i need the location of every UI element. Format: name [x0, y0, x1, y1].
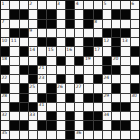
cell-r3-c14[interactable]	[131, 29, 139, 37]
cell-r1-c3[interactable]	[29, 10, 37, 18]
cell-r7-c1[interactable]	[10, 66, 18, 74]
cell-r3-c4[interactable]	[38, 29, 46, 37]
cell-r10-c8[interactable]	[75, 94, 83, 102]
cell-r4-c12-block	[112, 38, 120, 46]
cell-r1-c1-block	[10, 10, 18, 18]
cell-r5-c9-block	[84, 47, 92, 55]
cell-r12-c0[interactable]: 32	[1, 112, 9, 120]
cell-r11-c7[interactable]	[66, 103, 74, 111]
cell-r13-c7-block	[66, 121, 74, 129]
clue-number-13: 13	[122, 38, 128, 43]
cell-r12-c14[interactable]	[131, 112, 139, 120]
cell-r12-c7-block	[66, 112, 74, 120]
cell-r14-c9[interactable]	[84, 131, 92, 139]
cell-r14-c10[interactable]	[94, 131, 102, 139]
clue-number-8: 8	[94, 19, 97, 24]
cell-r14-c12[interactable]	[112, 131, 120, 139]
cell-r4-c2[interactable]	[20, 38, 28, 46]
cell-r7-c8[interactable]	[75, 66, 83, 74]
cell-r6-c2[interactable]	[20, 57, 28, 65]
cell-r6-c9[interactable]: 19	[84, 57, 92, 65]
cell-r7-c4[interactable]: 21	[38, 66, 46, 74]
cell-r12-c11[interactable]: 34	[103, 112, 111, 120]
cell-r10-c4-block	[38, 94, 46, 102]
cell-r12-c5-block	[47, 112, 55, 120]
cell-r9-c1[interactable]	[10, 84, 18, 92]
cell-r7-c2-block	[20, 66, 28, 74]
cell-r10-c13[interactable]	[121, 94, 129, 102]
cell-r7-c7[interactable]	[66, 66, 74, 74]
cell-r2-c10[interactable]: 8	[94, 20, 102, 28]
cell-r5-c13[interactable]	[121, 47, 129, 55]
cell-r9-c7[interactable]	[66, 84, 74, 92]
cell-r2-c8[interactable]	[75, 20, 83, 28]
clue-number-11: 11	[11, 38, 17, 43]
cell-r2-c13[interactable]	[121, 20, 129, 28]
cell-r11-c2-block	[20, 103, 28, 111]
cell-r8-c4[interactable]: 23	[38, 75, 46, 83]
cell-r7-c11-block	[103, 66, 111, 74]
cell-r1-c6[interactable]	[57, 10, 65, 18]
cell-r1-c8[interactable]	[75, 10, 83, 18]
cell-r3-c8[interactable]	[75, 29, 83, 37]
cell-r3-c6[interactable]	[57, 29, 65, 37]
cell-r8-c7[interactable]	[66, 75, 74, 83]
cell-r14-c14[interactable]	[131, 131, 139, 139]
cell-r5-c10[interactable]: 17	[94, 47, 102, 55]
cell-r14-c8[interactable]: 36	[75, 131, 83, 139]
cell-r9-c5-block	[47, 84, 55, 92]
cell-r4-c13[interactable]: 13	[121, 38, 129, 46]
clue-number-23: 23	[39, 75, 45, 80]
clue-number-35: 35	[2, 130, 8, 135]
cell-r7-c6[interactable]	[57, 66, 65, 74]
cell-r7-c0-block	[1, 66, 9, 74]
cell-r0-c4[interactable]	[38, 1, 46, 9]
cell-r5-c4[interactable]	[38, 47, 46, 55]
cell-r1-c7-block	[66, 10, 74, 18]
cell-r12-c13[interactable]	[121, 112, 129, 120]
cell-r6-c0[interactable]: 18	[1, 57, 9, 65]
cell-r11-c1-block	[10, 103, 18, 111]
cell-r3-c0[interactable]	[1, 29, 9, 37]
cell-r1-c13-block	[121, 10, 129, 18]
cell-r11-c9[interactable]	[84, 103, 92, 111]
cell-r11-c14[interactable]	[131, 103, 139, 111]
cell-r8-c6-block	[57, 75, 65, 83]
clue-number-20: 20	[113, 56, 119, 61]
cell-r8-c9[interactable]	[84, 75, 92, 83]
cell-r14-c11[interactable]	[103, 131, 111, 139]
cell-r4-c6[interactable]	[57, 38, 65, 46]
cell-r12-c10-block	[94, 112, 102, 120]
cell-r0-c9[interactable]	[84, 1, 92, 9]
clue-number-31: 31	[39, 102, 45, 107]
cell-r1-c9-block	[84, 10, 92, 18]
cell-r6-c7[interactable]	[66, 57, 74, 65]
cell-r14-c6[interactable]	[57, 131, 65, 139]
cell-r4-c0[interactable]: 10	[1, 38, 9, 46]
cell-r13-c2-block	[20, 121, 28, 129]
cell-r2-c6[interactable]	[57, 20, 65, 28]
cell-r0-c13[interactable]	[121, 1, 129, 9]
cell-r13-c14[interactable]	[131, 121, 139, 129]
cell-r10-c3[interactable]	[29, 94, 37, 102]
cell-r10-c5-block	[47, 94, 55, 102]
cell-r5-c7[interactable]: 16	[66, 47, 74, 55]
cell-r13-c5-block	[47, 121, 55, 129]
clue-number-34: 34	[103, 112, 109, 117]
cell-r11-c13-block	[121, 103, 129, 111]
cell-r8-c8-block	[75, 75, 83, 83]
clue-number-30: 30	[131, 93, 137, 98]
cell-r2-c0[interactable]: 7	[1, 20, 9, 28]
cell-r3-c13-block	[121, 29, 129, 37]
clue-number-21: 21	[39, 65, 45, 70]
cell-r10-c7-block	[66, 94, 74, 102]
cell-r12-c3[interactable]: 33	[29, 112, 37, 120]
cell-r3-c9[interactable]	[84, 29, 92, 37]
clue-number-27: 27	[76, 84, 82, 89]
cell-r5-c8[interactable]	[75, 47, 83, 55]
cell-r10-c11[interactable]: 29	[103, 94, 111, 102]
cell-r10-c10-block	[94, 94, 102, 102]
cell-r2-c7-block	[66, 20, 74, 28]
cell-r7-c13[interactable]	[121, 66, 129, 74]
cell-r5-c6[interactable]	[57, 47, 65, 55]
cell-r9-c10[interactable]	[94, 84, 102, 92]
clue-number-17: 17	[94, 47, 100, 52]
cell-r4-c7-block	[66, 38, 74, 46]
cell-r2-c1[interactable]	[10, 20, 18, 28]
cell-r9-c13[interactable]	[121, 84, 129, 92]
cell-r13-c3[interactable]	[29, 121, 37, 129]
clue-number-18: 18	[2, 56, 8, 61]
cell-r12-c8[interactable]	[75, 112, 83, 120]
cell-r4-c9-block	[84, 38, 92, 46]
cell-r5-c2-block	[20, 47, 28, 55]
cell-r8-c14[interactable]	[131, 75, 139, 83]
clue-number-32: 32	[2, 112, 8, 117]
cell-r12-c12[interactable]	[112, 112, 120, 120]
cell-r9-c8[interactable]: 27	[75, 84, 83, 92]
cell-r7-c3-block	[29, 66, 37, 74]
cell-r6-c5[interactable]	[47, 57, 55, 65]
cell-r9-c12-block	[112, 84, 120, 92]
cell-r13-c12-block	[112, 121, 120, 129]
clue-number-36: 36	[76, 130, 82, 135]
clue-number-4: 4	[76, 1, 79, 6]
cell-r8-c13[interactable]	[121, 75, 129, 83]
cell-r13-c0[interactable]	[1, 121, 9, 129]
cell-r6-c11-block	[103, 57, 111, 65]
cell-r0-c7-block	[66, 1, 74, 9]
clue-number-6: 6	[131, 1, 134, 6]
cell-r11-c3-block	[29, 103, 37, 111]
cell-r0-c6[interactable]: 3	[57, 1, 65, 9]
cell-r0-c3[interactable]: 2	[29, 1, 37, 9]
cell-r13-c8[interactable]	[75, 121, 83, 129]
cell-r12-c9-block	[84, 112, 92, 120]
clue-number-7: 7	[2, 19, 5, 24]
cell-r1-c4-block	[38, 10, 46, 18]
cell-r0-c12[interactable]	[112, 1, 120, 9]
cell-r4-c11[interactable]: 12	[103, 38, 111, 46]
cell-r2-c14[interactable]	[131, 20, 139, 28]
cell-r10-c0[interactable]: 28	[1, 94, 9, 102]
cell-r11-c10[interactable]	[94, 103, 102, 111]
cell-r5-c3[interactable]: 14	[29, 47, 37, 55]
cell-r12-c2[interactable]	[20, 112, 28, 120]
clue-number-28: 28	[2, 93, 8, 98]
cell-r14-c0[interactable]: 35	[1, 131, 9, 139]
clue-number-33: 33	[29, 112, 35, 117]
cell-r3-c10[interactable]	[94, 29, 102, 37]
cell-r9-c6[interactable]: 26	[57, 84, 65, 92]
clue-number-25: 25	[29, 84, 35, 89]
cell-r8-c10-block	[94, 75, 102, 83]
cell-r5-c14-block	[131, 47, 139, 55]
cell-r6-c3[interactable]	[29, 57, 37, 65]
clue-number-26: 26	[57, 84, 63, 89]
cell-r13-c1-block	[10, 121, 18, 129]
cell-r3-c7[interactable]	[66, 29, 74, 37]
cell-r6-c14[interactable]	[131, 57, 139, 65]
cell-r1-c11[interactable]	[103, 10, 111, 18]
clue-number-14: 14	[29, 47, 35, 52]
cell-r6-c4-block	[38, 57, 46, 65]
clue-number-24: 24	[103, 75, 109, 80]
cell-r14-c1[interactable]	[10, 131, 18, 139]
clue-number-10: 10	[2, 38, 8, 43]
cell-r11-c5[interactable]	[47, 103, 55, 111]
crossword-puzzle: 1234567891011121314151617181920212223242…	[0, 0, 140, 140]
cell-r3-c2-block	[20, 29, 28, 37]
cell-r11-c12-block	[112, 103, 120, 111]
cell-r13-c4-block	[38, 121, 46, 129]
cell-r0-c0[interactable]: 1	[1, 1, 9, 9]
cell-r0-c2[interactable]	[20, 1, 28, 9]
cell-r2-c3[interactable]	[29, 20, 37, 28]
cell-r14-c7-block	[66, 131, 74, 139]
clue-number-1: 1	[2, 1, 5, 6]
cell-r2-c11[interactable]	[103, 20, 111, 28]
cell-r4-c1[interactable]: 11	[10, 38, 18, 46]
cell-r0-c1[interactable]	[10, 1, 18, 9]
cell-r2-c2[interactable]	[20, 20, 28, 28]
cell-r4-c8[interactable]	[75, 38, 83, 46]
cell-r1-c2-block	[20, 10, 28, 18]
cell-r13-c13-block	[121, 121, 129, 129]
cell-r8-c11[interactable]: 24	[103, 75, 111, 83]
cell-r4-c3[interactable]	[29, 38, 37, 46]
cell-r8-c3-block	[29, 75, 37, 83]
cell-r9-c3[interactable]: 25	[29, 84, 37, 92]
cell-r8-c2[interactable]	[20, 75, 28, 83]
cell-r4-c5-block	[47, 38, 55, 46]
cell-r11-c6[interactable]	[57, 103, 65, 111]
cell-r5-c1[interactable]	[10, 47, 18, 55]
cell-r6-c12[interactable]: 20	[112, 57, 120, 65]
cell-r7-c14-block	[131, 66, 139, 74]
cell-r13-c6[interactable]	[57, 121, 65, 129]
clue-number-15: 15	[48, 47, 54, 52]
cell-r6-c1[interactable]	[10, 57, 18, 65]
cell-r2-c5-block	[47, 20, 55, 28]
cell-r9-c11[interactable]	[103, 84, 111, 92]
clue-number-29: 29	[103, 93, 109, 98]
cell-r3-c3[interactable]: 9	[29, 29, 37, 37]
cell-r8-c0[interactable]: 22	[1, 75, 9, 83]
cell-r14-c3[interactable]	[29, 131, 37, 139]
cell-r6-c8-block	[75, 57, 83, 65]
cell-r1-c14[interactable]	[131, 10, 139, 18]
cell-r14-c13[interactable]	[121, 131, 129, 139]
cell-r4-c10-block	[94, 38, 102, 46]
cell-r6-c13[interactable]	[121, 57, 129, 65]
cell-r14-c4[interactable]	[38, 131, 46, 139]
cell-r0-c11[interactable]: 5	[103, 1, 111, 9]
clue-number-22: 22	[2, 75, 8, 80]
cell-r0-c5[interactable]	[47, 1, 55, 9]
cell-r11-c11[interactable]	[103, 103, 111, 111]
cell-r9-c0-block	[1, 84, 9, 92]
cell-r1-c0[interactable]	[1, 10, 9, 18]
cell-r5-c0-block	[1, 47, 9, 55]
cell-r5-c12-block	[112, 47, 120, 55]
cell-r3-c1-block	[10, 29, 18, 37]
clue-number-12: 12	[103, 38, 109, 43]
cell-r10-c14[interactable]: 30	[131, 94, 139, 102]
cell-r14-c5[interactable]	[47, 131, 55, 139]
cell-r0-c14[interactable]: 6	[131, 1, 139, 9]
cell-r0-c10[interactable]	[94, 1, 102, 9]
cell-r9-c14-block	[131, 84, 139, 92]
clue-number-19: 19	[85, 56, 91, 61]
cell-r3-c5[interactable]	[47, 29, 55, 37]
cell-r9-c4[interactable]	[38, 84, 46, 92]
cell-r4-c4-block	[38, 38, 46, 46]
cell-r2-c9-block	[84, 20, 92, 28]
cell-r2-c4-block	[38, 20, 46, 28]
cell-r7-c10[interactable]	[94, 66, 102, 74]
cell-r11-c8[interactable]	[75, 103, 83, 111]
clue-number-5: 5	[103, 1, 106, 6]
cell-r11-c0[interactable]	[1, 103, 9, 111]
cell-r10-c2-block	[20, 94, 28, 102]
cell-r7-c12-block	[112, 66, 120, 74]
cell-r14-c2[interactable]	[20, 131, 28, 139]
clue-number-2: 2	[29, 1, 32, 6]
cell-r12-c1[interactable]	[10, 112, 18, 120]
cell-r12-c4[interactable]	[38, 112, 46, 120]
clue-number-9: 9	[29, 28, 32, 33]
cell-r9-c2-block	[20, 84, 28, 92]
cell-r13-c9-block	[84, 121, 92, 129]
cell-r13-c11[interactable]	[103, 121, 111, 129]
cell-r7-c5[interactable]	[47, 66, 55, 74]
cell-r1-c12-block	[112, 10, 120, 18]
cell-r8-c1[interactable]	[10, 75, 18, 83]
crossword-board: 1234567891011121314151617181920212223242…	[0, 0, 140, 140]
cell-r2-c12[interactable]	[112, 20, 120, 28]
cell-r11-c4[interactable]: 31	[38, 103, 46, 111]
cell-r8-c12[interactable]	[112, 75, 120, 83]
cell-r5-c5[interactable]: 15	[47, 47, 55, 55]
cell-r8-c5[interactable]	[47, 75, 55, 83]
cell-r0-c8[interactable]: 4	[75, 1, 83, 9]
cell-r13-c10-block	[94, 121, 102, 129]
cell-r4-c14[interactable]	[131, 38, 139, 46]
cell-r7-c9[interactable]	[84, 66, 92, 74]
cell-r9-c9[interactable]	[84, 84, 92, 92]
cell-r6-c6-block	[57, 57, 65, 65]
cell-r12-c6[interactable]	[57, 112, 65, 120]
clue-number-3: 3	[57, 1, 60, 6]
cell-r10-c9-block	[84, 94, 92, 102]
cell-r6-c10[interactable]	[94, 57, 102, 65]
clue-number-16: 16	[66, 47, 72, 52]
cell-r10-c1[interactable]	[10, 94, 18, 102]
cell-r3-c12-block	[112, 29, 120, 37]
cell-r1-c10-block	[94, 10, 102, 18]
cell-r10-c12[interactable]	[112, 94, 120, 102]
cell-r3-c11-block	[103, 29, 111, 37]
cell-r1-c5-block	[47, 10, 55, 18]
cell-r5-c11[interactable]	[103, 47, 111, 55]
cell-r10-c6[interactable]	[57, 94, 65, 102]
